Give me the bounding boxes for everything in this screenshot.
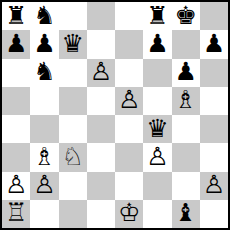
- square-e5[interactable]: ♙: [115, 87, 143, 115]
- black-queen: ♛: [146, 116, 168, 141]
- square-f3[interactable]: ♙: [143, 143, 171, 171]
- black-pawn: ♟: [33, 31, 55, 56]
- square-d8[interactable]: [87, 2, 115, 30]
- square-g6[interactable]: ♟: [172, 59, 200, 87]
- white-bishop: ♗: [174, 87, 196, 112]
- square-e7[interactable]: [115, 30, 143, 58]
- square-e3[interactable]: [115, 143, 143, 171]
- black-pawn: ♟: [146, 31, 168, 56]
- square-f2[interactable]: [143, 172, 171, 200]
- black-rook: ♜: [5, 3, 27, 28]
- square-h2[interactable]: ♙: [200, 172, 228, 200]
- square-d2[interactable]: [87, 172, 115, 200]
- square-d7[interactable]: [87, 30, 115, 58]
- square-h3[interactable]: [200, 143, 228, 171]
- white-pawn: ♙: [146, 144, 168, 169]
- square-c8[interactable]: [59, 2, 87, 30]
- square-h4[interactable]: [200, 115, 228, 143]
- white-pawn: ♙: [118, 87, 140, 112]
- square-c7[interactable]: ♛: [59, 30, 87, 58]
- square-e8[interactable]: [115, 2, 143, 30]
- square-c3[interactable]: ♘: [59, 143, 87, 171]
- black-pawn: ♟: [203, 31, 225, 56]
- white-pawn: ♙: [203, 172, 225, 197]
- square-h5[interactable]: [200, 87, 228, 115]
- square-e6[interactable]: [115, 59, 143, 87]
- square-h6[interactable]: [200, 59, 228, 87]
- square-f4[interactable]: ♛: [143, 115, 171, 143]
- white-pawn: ♙: [5, 172, 27, 197]
- square-c1[interactable]: [59, 200, 87, 228]
- white-knight: ♘: [61, 144, 83, 169]
- square-c6[interactable]: [59, 59, 87, 87]
- square-b7[interactable]: ♟: [30, 30, 58, 58]
- square-h1[interactable]: [200, 200, 228, 228]
- square-g5[interactable]: ♗: [172, 87, 200, 115]
- white-pawn: ♙: [33, 172, 55, 197]
- square-b3[interactable]: ♗: [30, 143, 58, 171]
- square-d6[interactable]: ♙: [87, 59, 115, 87]
- square-c5[interactable]: [59, 87, 87, 115]
- square-f1[interactable]: [143, 200, 171, 228]
- square-h8[interactable]: [200, 2, 228, 30]
- square-g1[interactable]: ♝: [172, 200, 200, 228]
- square-b4[interactable]: [30, 115, 58, 143]
- black-pawn: ♟: [174, 59, 196, 84]
- black-pawn: ♟: [5, 31, 27, 56]
- square-h7[interactable]: ♟: [200, 30, 228, 58]
- black-king: ♚: [174, 3, 196, 28]
- white-rook: ♖: [5, 200, 27, 225]
- square-b8[interactable]: ♞: [30, 2, 58, 30]
- square-a2[interactable]: ♙: [2, 172, 30, 200]
- square-c4[interactable]: [59, 115, 87, 143]
- black-knight: ♞: [33, 59, 55, 84]
- black-queen: ♛: [61, 31, 83, 56]
- square-d1[interactable]: [87, 200, 115, 228]
- square-g3[interactable]: [172, 143, 200, 171]
- square-a3[interactable]: [2, 143, 30, 171]
- square-b1[interactable]: [30, 200, 58, 228]
- square-b2[interactable]: ♙: [30, 172, 58, 200]
- black-rook: ♜: [146, 3, 168, 28]
- black-bishop: ♝: [174, 200, 196, 225]
- square-f5[interactable]: [143, 87, 171, 115]
- square-f6[interactable]: [143, 59, 171, 87]
- square-f8[interactable]: ♜: [143, 2, 171, 30]
- square-d5[interactable]: [87, 87, 115, 115]
- white-pawn: ♙: [90, 59, 112, 84]
- white-king: ♔: [118, 200, 140, 225]
- square-b6[interactable]: ♞: [30, 59, 58, 87]
- square-g2[interactable]: [172, 172, 200, 200]
- square-c2[interactable]: [59, 172, 87, 200]
- chess-board: ♜♞♜♚♟♟♛♟♟♞♙♟♙♗♛♗♘♙♙♙♙♖♔♝: [2, 2, 228, 228]
- white-bishop: ♗: [33, 144, 55, 169]
- square-e1[interactable]: ♔: [115, 200, 143, 228]
- square-f7[interactable]: ♟: [143, 30, 171, 58]
- square-a7[interactable]: ♟: [2, 30, 30, 58]
- square-d4[interactable]: [87, 115, 115, 143]
- square-g8[interactable]: ♚: [172, 2, 200, 30]
- board-frame: ♜♞♜♚♟♟♛♟♟♞♙♟♙♗♛♗♘♙♙♙♙♖♔♝: [0, 0, 230, 230]
- square-e2[interactable]: [115, 172, 143, 200]
- square-a1[interactable]: ♖: [2, 200, 30, 228]
- black-knight: ♞: [33, 3, 55, 28]
- square-b5[interactable]: [30, 87, 58, 115]
- square-a8[interactable]: ♜: [2, 2, 30, 30]
- square-d3[interactable]: [87, 143, 115, 171]
- square-g4[interactable]: [172, 115, 200, 143]
- square-a5[interactable]: [2, 87, 30, 115]
- square-a4[interactable]: [2, 115, 30, 143]
- square-g7[interactable]: [172, 30, 200, 58]
- square-e4[interactable]: [115, 115, 143, 143]
- square-a6[interactable]: [2, 59, 30, 87]
